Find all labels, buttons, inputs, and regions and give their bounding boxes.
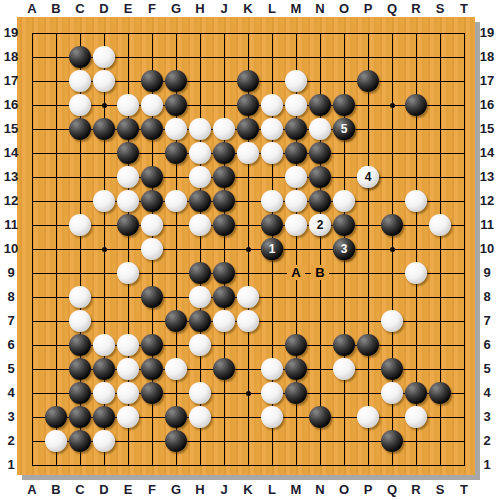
row-label-right-5: 5 — [476, 361, 498, 377]
stone-white-S11 — [429, 214, 451, 236]
row-label-right-7: 7 — [476, 313, 498, 329]
col-label-top-C: C — [69, 1, 91, 17]
stone-black-F17 — [141, 70, 163, 92]
stone-white-M11 — [285, 214, 307, 236]
col-label-top-E: E — [117, 1, 139, 17]
stone-black-C5 — [69, 358, 91, 380]
stone-white-O5 — [333, 358, 355, 380]
stone-white-E16 — [117, 94, 139, 116]
row-label-left-8: 8 — [0, 289, 22, 305]
move-1-stone-L10: 1 — [261, 238, 283, 260]
stone-white-M13 — [285, 166, 307, 188]
col-label-bottom-J: J — [213, 482, 235, 498]
move-3-stone-O10: 3 — [333, 238, 355, 260]
stone-black-D3 — [93, 406, 115, 428]
row-label-right-4: 4 — [476, 385, 498, 401]
stone-white-G15 — [165, 118, 187, 140]
stone-black-E11 — [117, 214, 139, 236]
stone-black-N12 — [309, 190, 331, 212]
col-label-top-H: H — [189, 1, 211, 17]
stone-white-H6 — [189, 334, 211, 356]
stone-white-F10 — [141, 238, 163, 260]
stone-white-H15 — [189, 118, 211, 140]
row-label-left-13: 13 — [0, 169, 22, 185]
col-label-bottom-Q: Q — [381, 482, 403, 498]
stone-black-C18 — [69, 46, 91, 68]
col-label-top-L: L — [261, 1, 283, 17]
stone-white-G5 — [165, 358, 187, 380]
stone-black-C2 — [69, 430, 91, 452]
row-label-right-12: 12 — [476, 193, 498, 209]
col-label-top-T: T — [453, 1, 475, 17]
col-label-bottom-F: F — [141, 482, 163, 498]
row-label-left-3: 3 — [0, 409, 22, 425]
stone-white-H11 — [189, 214, 211, 236]
stone-white-H3 — [189, 406, 211, 428]
stone-white-G12 — [165, 190, 187, 212]
col-label-bottom-P: P — [357, 482, 379, 498]
stone-white-F11 — [141, 214, 163, 236]
stone-white-H4 — [189, 382, 211, 404]
row-label-left-11: 11 — [0, 217, 22, 233]
stone-white-D17 — [93, 70, 115, 92]
stone-white-P3 — [357, 406, 379, 428]
stone-black-N16 — [309, 94, 331, 116]
move-4-stone-P13: 4 — [357, 166, 379, 188]
stone-black-J8 — [213, 286, 235, 308]
stone-white-H13 — [189, 166, 211, 188]
col-label-bottom-T: T — [453, 482, 475, 498]
grid-vline-P — [368, 33, 369, 466]
stone-white-B2 — [45, 430, 67, 452]
row-label-left-5: 5 — [0, 361, 22, 377]
stone-black-C3 — [69, 406, 91, 428]
col-label-bottom-G: G — [165, 482, 187, 498]
col-label-bottom-O: O — [333, 482, 355, 498]
stone-white-C11 — [69, 214, 91, 236]
stone-black-H9 — [189, 262, 211, 284]
stone-white-Q7 — [381, 310, 403, 332]
stone-black-F5 — [141, 358, 163, 380]
stone-black-J9 — [213, 262, 235, 284]
stone-black-G16 — [165, 94, 187, 116]
stone-black-O16 — [333, 94, 355, 116]
col-label-top-M: M — [285, 1, 307, 17]
col-label-bottom-C: C — [69, 482, 91, 498]
row-label-left-10: 10 — [0, 241, 22, 257]
row-label-right-10: 10 — [476, 241, 498, 257]
stone-white-M12 — [285, 190, 307, 212]
col-label-bottom-E: E — [117, 482, 139, 498]
star-point-D16 — [102, 103, 107, 108]
stone-black-K16 — [237, 94, 259, 116]
stone-black-C15 — [69, 118, 91, 140]
stone-black-F12 — [141, 190, 163, 212]
stone-black-M15 — [285, 118, 307, 140]
annotation-A-M9: A — [287, 265, 305, 280]
star-point-Q10 — [390, 247, 395, 252]
stone-black-J14 — [213, 142, 235, 164]
stone-white-C8 — [69, 286, 91, 308]
row-label-right-17: 17 — [476, 73, 498, 89]
stone-white-L12 — [261, 190, 283, 212]
star-point-K10 — [246, 247, 251, 252]
stone-white-L5 — [261, 358, 283, 380]
stone-black-K17 — [237, 70, 259, 92]
row-label-right-9: 9 — [476, 265, 498, 281]
col-label-bottom-B: B — [45, 482, 67, 498]
stone-black-Q5 — [381, 358, 403, 380]
stone-white-D12 — [93, 190, 115, 212]
stone-black-F15 — [141, 118, 163, 140]
col-label-bottom-K: K — [237, 482, 259, 498]
stone-black-Q11 — [381, 214, 403, 236]
stone-white-J7 — [213, 310, 235, 332]
grid-vline-J — [224, 33, 225, 466]
stone-white-D18 — [93, 46, 115, 68]
stone-black-K15 — [237, 118, 259, 140]
stone-black-J12 — [213, 190, 235, 212]
stone-black-E14 — [117, 142, 139, 164]
col-label-bottom-H: H — [189, 482, 211, 498]
stone-black-P6 — [357, 334, 379, 356]
row-label-right-2: 2 — [476, 433, 498, 449]
col-label-top-B: B — [45, 1, 67, 17]
stone-white-E9 — [117, 262, 139, 284]
stone-white-J15 — [213, 118, 235, 140]
row-label-right-16: 16 — [476, 97, 498, 113]
stone-white-L4 — [261, 382, 283, 404]
col-label-top-O: O — [333, 1, 355, 17]
move-5-stone-O15: 5 — [333, 118, 355, 140]
stone-white-D2 — [93, 430, 115, 452]
stone-black-L11 — [261, 214, 283, 236]
stone-black-D15 — [93, 118, 115, 140]
row-label-right-15: 15 — [476, 121, 498, 137]
star-point-Q16 — [390, 103, 395, 108]
row-label-left-16: 16 — [0, 97, 22, 113]
row-label-left-6: 6 — [0, 337, 22, 353]
stone-white-N15 — [309, 118, 331, 140]
stone-white-M17 — [285, 70, 307, 92]
col-label-bottom-S: S — [429, 482, 451, 498]
row-label-left-15: 15 — [0, 121, 22, 137]
stone-black-G2 — [165, 430, 187, 452]
col-label-top-R: R — [405, 1, 427, 17]
col-label-top-J: J — [213, 1, 235, 17]
col-label-bottom-N: N — [309, 482, 331, 498]
stone-black-C6 — [69, 334, 91, 356]
stone-white-C17 — [69, 70, 91, 92]
stone-white-C7 — [69, 310, 91, 332]
stone-black-N3 — [309, 406, 331, 428]
col-label-bottom-M: M — [285, 482, 307, 498]
row-label-right-11: 11 — [476, 217, 498, 233]
stone-black-R4 — [405, 382, 427, 404]
row-label-right-13: 13 — [476, 169, 498, 185]
col-label-top-D: D — [93, 1, 115, 17]
row-label-right-3: 3 — [476, 409, 498, 425]
row-label-right-8: 8 — [476, 289, 498, 305]
stone-black-N14 — [309, 142, 331, 164]
stone-white-O12 — [333, 190, 355, 212]
col-label-top-A: A — [21, 1, 43, 17]
grid-vline-A — [32, 33, 33, 466]
col-label-bottom-R: R — [405, 482, 427, 498]
col-label-top-Q: Q — [381, 1, 403, 17]
stone-black-N13 — [309, 166, 331, 188]
stone-black-M4 — [285, 382, 307, 404]
stone-black-O11 — [333, 214, 355, 236]
row-label-left-17: 17 — [0, 73, 22, 89]
row-label-left-14: 14 — [0, 145, 22, 161]
row-label-left-9: 9 — [0, 265, 22, 281]
stone-white-M16 — [285, 94, 307, 116]
stone-white-H14 — [189, 142, 211, 164]
col-label-bottom-D: D — [93, 482, 115, 498]
stone-black-D5 — [93, 358, 115, 380]
stone-black-R16 — [405, 94, 427, 116]
stone-black-G3 — [165, 406, 187, 428]
row-label-left-7: 7 — [0, 313, 22, 329]
stone-black-P17 — [357, 70, 379, 92]
stone-black-C4 — [69, 382, 91, 404]
grid-vline-T — [464, 33, 465, 466]
stone-black-M5 — [285, 358, 307, 380]
stone-white-F16 — [141, 94, 163, 116]
stone-black-E15 — [117, 118, 139, 140]
stone-white-R3 — [405, 406, 427, 428]
stone-black-F4 — [141, 382, 163, 404]
row-label-left-19: 19 — [0, 25, 22, 41]
stone-white-E4 — [117, 382, 139, 404]
stone-white-E5 — [117, 358, 139, 380]
stone-white-E3 — [117, 406, 139, 428]
stone-white-R9 — [405, 262, 427, 284]
stone-black-J13 — [213, 166, 235, 188]
stone-white-K8 — [237, 286, 259, 308]
stone-black-G14 — [165, 142, 187, 164]
move-2-stone-N11: 2 — [309, 214, 331, 236]
go-board-app: AABBCCDDEEFFGGHHJJKKLLMMNNOOPPQQRRSSTT19… — [0, 0, 500, 500]
stone-white-D6 — [93, 334, 115, 356]
star-point-D10 — [102, 247, 107, 252]
stone-white-E12 — [117, 190, 139, 212]
stone-black-M14 — [285, 142, 307, 164]
stone-black-H12 — [189, 190, 211, 212]
stone-black-M6 — [285, 334, 307, 356]
row-label-left-12: 12 — [0, 193, 22, 209]
stone-white-C16 — [69, 94, 91, 116]
stone-black-H7 — [189, 310, 211, 332]
stone-black-J5 — [213, 358, 235, 380]
row-label-right-18: 18 — [476, 49, 498, 65]
row-label-left-18: 18 — [0, 49, 22, 65]
row-label-right-1: 1 — [476, 457, 498, 473]
stone-white-L16 — [261, 94, 283, 116]
stone-black-Q2 — [381, 430, 403, 452]
stone-white-L3 — [261, 406, 283, 428]
col-label-top-F: F — [141, 1, 163, 17]
stone-black-B3 — [45, 406, 67, 428]
col-label-top-P: P — [357, 1, 379, 17]
stone-white-E13 — [117, 166, 139, 188]
row-label-right-14: 14 — [476, 145, 498, 161]
col-label-bottom-A: A — [21, 482, 43, 498]
star-point-K4 — [246, 391, 251, 396]
stone-black-F13 — [141, 166, 163, 188]
col-label-top-K: K — [237, 1, 259, 17]
stone-black-F6 — [141, 334, 163, 356]
stone-black-F8 — [141, 286, 163, 308]
stone-white-L15 — [261, 118, 283, 140]
stone-white-H8 — [189, 286, 211, 308]
row-label-right-19: 19 — [476, 25, 498, 41]
col-label-bottom-L: L — [261, 482, 283, 498]
grid-vline-B — [56, 33, 57, 466]
stone-black-S4 — [429, 382, 451, 404]
col-label-top-S: S — [429, 1, 451, 17]
row-label-right-6: 6 — [476, 337, 498, 353]
col-label-top-N: N — [309, 1, 331, 17]
stone-black-G7 — [165, 310, 187, 332]
stone-white-Q4 — [381, 382, 403, 404]
stone-white-E6 — [117, 334, 139, 356]
stone-white-R12 — [405, 190, 427, 212]
stone-white-K7 — [237, 310, 259, 332]
stone-black-O6 — [333, 334, 355, 356]
stone-black-G17 — [165, 70, 187, 92]
stone-white-K14 — [237, 142, 259, 164]
stone-black-J11 — [213, 214, 235, 236]
stone-white-D4 — [93, 382, 115, 404]
row-label-left-4: 4 — [0, 385, 22, 401]
row-label-left-2: 2 — [0, 433, 22, 449]
stone-white-L14 — [261, 142, 283, 164]
annotation-B-N9: B — [311, 265, 329, 280]
col-label-top-G: G — [165, 1, 187, 17]
row-label-left-1: 1 — [0, 457, 22, 473]
